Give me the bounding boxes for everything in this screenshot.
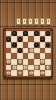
banner-tile: [16, 18, 22, 25]
board-frame: [3, 28, 53, 78]
black-piece[interactable]: [18, 37, 23, 42]
white-piece[interactable]: [12, 65, 17, 70]
plank-seam: [0, 84, 56, 85]
board-square[interactable]: [45, 70, 51, 76]
black-piece[interactable]: [46, 31, 51, 36]
white-piece[interactable]: [23, 65, 28, 70]
black-piece[interactable]: [46, 43, 51, 48]
checkers-board: [6, 31, 50, 76]
black-piece[interactable]: [18, 48, 23, 53]
black-piece[interactable]: [34, 43, 39, 48]
black-piece[interactable]: [23, 31, 28, 36]
white-piece[interactable]: [29, 48, 34, 53]
plank-seam: [0, 26, 56, 27]
banner-tile: [46, 18, 52, 25]
white-piece[interactable]: [29, 71, 34, 76]
plank-seam: [0, 2, 56, 3]
nail-icon: [2, 1, 3, 2]
wood-background: [0, 0, 56, 100]
banner-tile: [34, 18, 40, 25]
white-piece[interactable]: [18, 71, 23, 76]
black-piece[interactable]: [40, 37, 45, 42]
top-banner: [16, 18, 52, 25]
banner-tile: [22, 18, 28, 25]
white-piece[interactable]: [34, 65, 39, 70]
white-piece[interactable]: [40, 59, 45, 64]
banner-tile: [28, 18, 34, 25]
white-piece[interactable]: [6, 71, 11, 76]
white-piece[interactable]: [18, 59, 23, 64]
white-piece[interactable]: [40, 71, 45, 76]
white-piece[interactable]: [46, 65, 51, 70]
white-piece[interactable]: [6, 59, 11, 64]
black-piece[interactable]: [6, 37, 11, 42]
black-piece[interactable]: [34, 31, 39, 36]
black-piece[interactable]: [12, 31, 17, 36]
black-piece[interactable]: [12, 43, 17, 48]
banner-tile: [40, 18, 46, 25]
